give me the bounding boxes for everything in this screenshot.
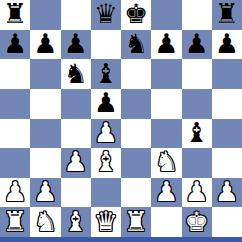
square-g4[interactable]: ♝ [182, 119, 212, 149]
square-g2[interactable]: ♟ [182, 178, 212, 208]
square-e4[interactable] [121, 119, 151, 149]
chess-board: ♜♛♚♜♟♟♟♞♟♟♟♞♝♟♟♝♟♝♞♟♟♟♟♟♜♞♝♛♜♚ [0, 0, 242, 237]
chess-app-screenshot: ♜♛♚♜♟♟♟♞♟♟♟♞♝♟♟♝♟♝♞♟♟♟♟♟♜♞♝♛♜♚ [0, 0, 242, 242]
square-f7[interactable]: ♟ [151, 30, 181, 60]
square-c8[interactable] [61, 0, 91, 30]
square-h4[interactable] [212, 119, 242, 149]
square-d7[interactable] [91, 30, 121, 60]
square-h7[interactable]: ♟ [212, 30, 242, 60]
square-f2[interactable]: ♟ [151, 178, 181, 208]
piece-black-pawn[interactable]: ♟ [154, 30, 178, 57]
square-h1[interactable] [212, 207, 242, 237]
square-h3[interactable] [212, 148, 242, 178]
piece-black-bishop[interactable]: ♝ [185, 119, 209, 146]
piece-black-king[interactable]: ♚ [124, 0, 148, 27]
piece-white-pawn[interactable]: ♟ [64, 148, 88, 175]
square-g6[interactable] [182, 59, 212, 89]
square-b6[interactable] [30, 59, 60, 89]
piece-white-bishop[interactable]: ♝ [94, 148, 118, 175]
piece-white-bishop[interactable]: ♝ [64, 208, 88, 235]
square-a5[interactable] [0, 89, 30, 119]
square-h2[interactable]: ♟ [212, 178, 242, 208]
board-bottom-border [0, 237, 242, 242]
square-d8[interactable]: ♛ [91, 0, 121, 30]
square-e7[interactable]: ♞ [121, 30, 151, 60]
piece-white-king[interactable]: ♚ [185, 208, 209, 235]
square-f1[interactable] [151, 207, 181, 237]
square-a7[interactable]: ♟ [0, 30, 30, 60]
square-e2[interactable] [121, 178, 151, 208]
piece-black-queen[interactable]: ♛ [94, 0, 118, 27]
square-b7[interactable]: ♟ [30, 30, 60, 60]
square-e3[interactable] [121, 148, 151, 178]
square-a6[interactable] [0, 59, 30, 89]
square-h5[interactable] [212, 89, 242, 119]
square-a3[interactable] [0, 148, 30, 178]
square-a8[interactable]: ♜ [0, 0, 30, 30]
square-f4[interactable] [151, 119, 181, 149]
square-a1[interactable]: ♜ [0, 207, 30, 237]
piece-black-pawn[interactable]: ♟ [64, 30, 88, 57]
square-g8[interactable] [182, 0, 212, 30]
square-b2[interactable]: ♟ [30, 178, 60, 208]
square-f8[interactable] [151, 0, 181, 30]
square-f6[interactable] [151, 59, 181, 89]
square-e5[interactable] [121, 89, 151, 119]
square-c3[interactable]: ♟ [61, 148, 91, 178]
piece-white-queen[interactable]: ♛ [94, 208, 118, 235]
piece-white-rook[interactable]: ♜ [124, 208, 148, 235]
square-c6[interactable]: ♞ [61, 59, 91, 89]
square-d3[interactable]: ♝ [91, 148, 121, 178]
piece-white-pawn[interactable]: ♟ [33, 178, 57, 205]
square-c7[interactable]: ♟ [61, 30, 91, 60]
piece-white-pawn[interactable]: ♟ [154, 178, 178, 205]
piece-white-pawn[interactable]: ♟ [94, 119, 118, 146]
square-c1[interactable]: ♝ [61, 207, 91, 237]
piece-white-knight[interactable]: ♞ [154, 148, 178, 175]
square-g7[interactable]: ♟ [182, 30, 212, 60]
square-g5[interactable] [182, 89, 212, 119]
square-a2[interactable]: ♟ [0, 178, 30, 208]
square-c2[interactable] [61, 178, 91, 208]
square-h6[interactable] [212, 59, 242, 89]
square-b3[interactable] [30, 148, 60, 178]
square-b5[interactable] [30, 89, 60, 119]
square-f5[interactable] [151, 89, 181, 119]
square-d2[interactable] [91, 178, 121, 208]
square-b8[interactable] [30, 0, 60, 30]
square-d6[interactable]: ♝ [91, 59, 121, 89]
square-e8[interactable]: ♚ [121, 0, 151, 30]
piece-black-pawn[interactable]: ♟ [215, 30, 239, 57]
piece-white-pawn[interactable]: ♟ [3, 178, 27, 205]
square-e1[interactable]: ♜ [121, 207, 151, 237]
square-h8[interactable]: ♜ [212, 0, 242, 30]
piece-black-pawn[interactable]: ♟ [185, 30, 209, 57]
piece-black-pawn[interactable]: ♟ [94, 89, 118, 116]
square-f3[interactable]: ♞ [151, 148, 181, 178]
piece-white-pawn[interactable]: ♟ [215, 178, 239, 205]
piece-black-rook[interactable]: ♜ [3, 0, 27, 27]
piece-white-rook[interactable]: ♜ [3, 208, 27, 235]
piece-black-knight[interactable]: ♞ [64, 60, 88, 87]
square-b1[interactable]: ♞ [30, 207, 60, 237]
square-c5[interactable] [61, 89, 91, 119]
piece-black-rook[interactable]: ♜ [215, 0, 239, 27]
square-g1[interactable]: ♚ [182, 207, 212, 237]
square-d1[interactable]: ♛ [91, 207, 121, 237]
square-a4[interactable] [0, 119, 30, 149]
square-g3[interactable] [182, 148, 212, 178]
square-c4[interactable] [61, 119, 91, 149]
piece-black-bishop[interactable]: ♝ [94, 60, 118, 87]
piece-black-knight[interactable]: ♞ [124, 30, 148, 57]
piece-black-pawn[interactable]: ♟ [33, 30, 57, 57]
square-b4[interactable] [30, 119, 60, 149]
square-d5[interactable]: ♟ [91, 89, 121, 119]
piece-white-knight[interactable]: ♞ [33, 208, 57, 235]
piece-black-pawn[interactable]: ♟ [3, 30, 27, 57]
piece-white-pawn[interactable]: ♟ [185, 178, 209, 205]
square-e6[interactable] [121, 59, 151, 89]
square-d4[interactable]: ♟ [91, 119, 121, 149]
